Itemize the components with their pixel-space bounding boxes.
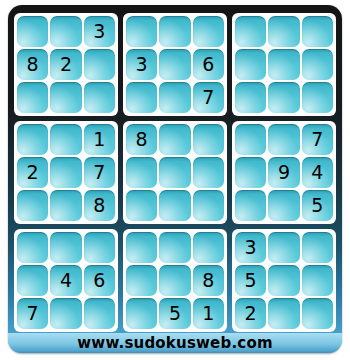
cell-r9c8[interactable]: [268, 298, 299, 329]
cell-r3c8[interactable]: [268, 82, 299, 113]
cell-r3c1[interactable]: [17, 82, 48, 113]
cell-r3c3[interactable]: [84, 82, 115, 113]
cell-r1c8[interactable]: [268, 16, 299, 47]
cell-r9c4[interactable]: [126, 298, 157, 329]
cell-r3c4[interactable]: [126, 82, 157, 113]
cell-r8c2: 4: [50, 265, 81, 296]
box-r1c1: 382: [14, 13, 118, 116]
cell-r2c8[interactable]: [268, 49, 299, 80]
cell-r7c1[interactable]: [17, 232, 48, 263]
cell-r5c7[interactable]: [235, 157, 266, 188]
cell-r2c6: 6: [193, 49, 224, 80]
cell-r3c6: 7: [193, 82, 224, 113]
cell-r6c5[interactable]: [159, 190, 190, 221]
cell-r8c7: 5: [235, 265, 266, 296]
cell-r9c9[interactable]: [302, 298, 333, 329]
box-r3c2: 851: [123, 229, 227, 332]
cell-r8c3: 6: [84, 265, 115, 296]
cell-r7c5[interactable]: [159, 232, 190, 263]
cell-r4c5[interactable]: [159, 124, 190, 155]
cell-r2c3[interactable]: [84, 49, 115, 80]
box-r3c1: 467: [14, 229, 118, 332]
cell-r2c2: 2: [50, 49, 81, 80]
cell-r5c1: 2: [17, 157, 48, 188]
cell-r7c9[interactable]: [302, 232, 333, 263]
cell-r2c9[interactable]: [302, 49, 333, 80]
box-r3c3: 352: [232, 229, 336, 332]
cell-r4c8[interactable]: [268, 124, 299, 155]
cell-r4c7[interactable]: [235, 124, 266, 155]
cell-r9c5: 5: [159, 298, 190, 329]
cell-r8c8[interactable]: [268, 265, 299, 296]
cell-r9c1: 7: [17, 298, 48, 329]
cell-r9c7: 2: [235, 298, 266, 329]
cell-r4c9: 7: [302, 124, 333, 155]
box-r2c2: 8: [123, 121, 227, 224]
cell-r1c1[interactable]: [17, 16, 48, 47]
cell-r7c6[interactable]: [193, 232, 224, 263]
box-r1c2: 367: [123, 13, 227, 116]
cell-r8c9[interactable]: [302, 265, 333, 296]
cell-r2c1: 8: [17, 49, 48, 80]
cell-r2c5[interactable]: [159, 49, 190, 80]
box-r2c3: 7945: [232, 121, 336, 224]
cell-r9c3[interactable]: [84, 298, 115, 329]
cell-r3c5[interactable]: [159, 82, 190, 113]
cell-r6c2[interactable]: [50, 190, 81, 221]
cell-r5c4[interactable]: [126, 157, 157, 188]
cell-r4c2[interactable]: [50, 124, 81, 155]
cell-r7c7: 3: [235, 232, 266, 263]
cell-r1c9[interactable]: [302, 16, 333, 47]
cell-r9c6: 1: [193, 298, 224, 329]
sudoku-grid: 382367127887945467851352: [14, 13, 336, 332]
cell-r8c1[interactable]: [17, 265, 48, 296]
cell-r3c9[interactable]: [302, 82, 333, 113]
website-link[interactable]: www.sudokusweb.com: [8, 333, 342, 353]
cell-r1c2[interactable]: [50, 16, 81, 47]
cell-r4c6[interactable]: [193, 124, 224, 155]
cell-r1c4[interactable]: [126, 16, 157, 47]
box-r2c1: 1278: [14, 121, 118, 224]
cell-r1c3: 3: [84, 16, 115, 47]
cell-r6c4[interactable]: [126, 190, 157, 221]
cell-r1c7[interactable]: [235, 16, 266, 47]
cell-r3c2[interactable]: [50, 82, 81, 113]
cell-r6c1[interactable]: [17, 190, 48, 221]
sudoku-board: 382367127887945467851352 www.sudokusweb.…: [8, 5, 342, 353]
cell-r7c8[interactable]: [268, 232, 299, 263]
cell-r9c2[interactable]: [50, 298, 81, 329]
cell-r7c3[interactable]: [84, 232, 115, 263]
cell-r1c6[interactable]: [193, 16, 224, 47]
cell-r7c4[interactable]: [126, 232, 157, 263]
cell-r2c4: 3: [126, 49, 157, 80]
cell-r6c8[interactable]: [268, 190, 299, 221]
cell-r5c8: 9: [268, 157, 299, 188]
cell-r5c2[interactable]: [50, 157, 81, 188]
cell-r6c9: 5: [302, 190, 333, 221]
cell-r4c3: 1: [84, 124, 115, 155]
cell-r5c9: 4: [302, 157, 333, 188]
sudoku-page: 382367127887945467851352 www.sudokusweb.…: [0, 0, 350, 360]
cell-r4c4: 8: [126, 124, 157, 155]
cell-r8c4[interactable]: [126, 265, 157, 296]
box-r1c3: [232, 13, 336, 116]
cell-r5c3: 7: [84, 157, 115, 188]
cell-r6c3: 8: [84, 190, 115, 221]
cell-r5c5[interactable]: [159, 157, 190, 188]
cell-r8c5[interactable]: [159, 265, 190, 296]
cell-r8c6: 8: [193, 265, 224, 296]
cell-r5c6[interactable]: [193, 157, 224, 188]
cell-r3c7[interactable]: [235, 82, 266, 113]
cell-r2c7[interactable]: [235, 49, 266, 80]
cell-r6c7[interactable]: [235, 190, 266, 221]
cell-r4c1[interactable]: [17, 124, 48, 155]
cell-r6c6[interactable]: [193, 190, 224, 221]
cell-r1c5[interactable]: [159, 16, 190, 47]
cell-r7c2[interactable]: [50, 232, 81, 263]
